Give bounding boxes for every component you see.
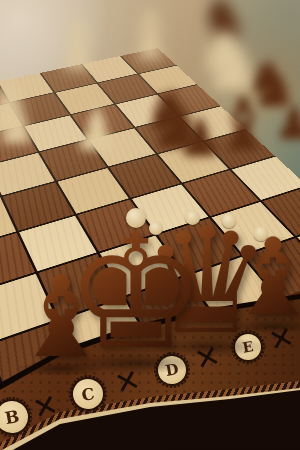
board-perspective-wrapper (0, 0, 300, 450)
chess-photo-scene: B C D E ✕ ✕ ✕ ✕ ♝♚♛♝♝♞♟♝♞♞♞♟♞♟♝♟ (0, 0, 300, 450)
chess-board (0, 48, 300, 450)
